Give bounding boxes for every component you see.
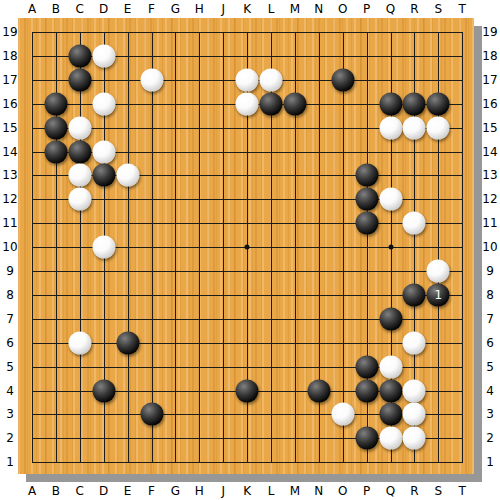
black-stone[interactable]: [355, 188, 378, 211]
row-label-left: 19: [2, 26, 17, 38]
black-stone[interactable]: [379, 92, 402, 115]
row-label-right: 5: [486, 361, 494, 373]
black-stone[interactable]: [427, 92, 450, 115]
black-stone[interactable]: 1: [427, 283, 450, 306]
column-label-top: A: [28, 3, 36, 15]
white-stone[interactable]: [403, 116, 426, 139]
row-label-left: 7: [6, 313, 14, 325]
column-label-top: M: [290, 3, 300, 15]
white-stone[interactable]: [92, 140, 115, 163]
column-label-top: H: [195, 3, 204, 15]
column-label-bottom: E: [124, 485, 132, 497]
column-label-top: F: [148, 3, 155, 15]
white-stone[interactable]: [403, 427, 426, 450]
row-label-left: 16: [2, 98, 17, 110]
black-stone[interactable]: [140, 403, 163, 426]
white-stone[interactable]: [403, 379, 426, 402]
column-label-top: O: [338, 3, 347, 15]
row-label-left: 13: [2, 169, 17, 181]
grid-line-vertical: [462, 32, 463, 463]
row-label-right: 1: [486, 456, 494, 468]
column-label-bottom: M: [290, 485, 300, 497]
row-label-right: 9: [486, 265, 494, 277]
column-label-bottom: R: [410, 485, 418, 497]
column-label-bottom: H: [195, 485, 204, 497]
row-label-right: 15: [482, 122, 497, 134]
column-label-top: G: [171, 3, 180, 15]
row-label-left: 14: [2, 146, 17, 158]
white-stone[interactable]: [403, 403, 426, 426]
row-label-left: 15: [2, 122, 17, 134]
column-label-top: J: [221, 3, 225, 15]
column-label-top: Q: [386, 3, 395, 15]
column-label-bottom: J: [221, 485, 225, 497]
white-stone[interactable]: [379, 355, 402, 378]
row-label-left: 6: [6, 337, 14, 349]
row-label-left: 11: [2, 217, 17, 229]
black-stone[interactable]: [236, 379, 259, 402]
column-label-bottom: L: [268, 485, 275, 497]
black-stone[interactable]: [68, 44, 91, 67]
white-stone[interactable]: [379, 188, 402, 211]
white-stone[interactable]: [331, 403, 354, 426]
column-label-bottom: O: [338, 485, 347, 497]
white-stone[interactable]: [379, 427, 402, 450]
black-stone[interactable]: [44, 116, 67, 139]
black-stone[interactable]: [44, 140, 67, 163]
row-label-left: 5: [6, 361, 14, 373]
row-label-right: 18: [482, 50, 497, 62]
column-label-bottom: D: [99, 485, 108, 497]
go-board[interactable]: 1: [18, 18, 474, 474]
black-stone[interactable]: [68, 140, 91, 163]
white-stone[interactable]: [427, 116, 450, 139]
white-stone[interactable]: [68, 331, 91, 354]
white-stone[interactable]: [260, 68, 283, 91]
column-label-bottom: T: [459, 485, 466, 497]
white-stone[interactable]: [92, 92, 115, 115]
black-stone[interactable]: [355, 355, 378, 378]
column-label-top: D: [99, 3, 108, 15]
white-stone[interactable]: [403, 212, 426, 235]
white-stone[interactable]: [403, 331, 426, 354]
star-point: [388, 245, 393, 250]
black-stone[interactable]: [403, 283, 426, 306]
white-stone[interactable]: [427, 260, 450, 283]
column-label-top: S: [434, 3, 442, 15]
column-label-top: L: [268, 3, 275, 15]
white-stone[interactable]: [140, 68, 163, 91]
grid-line-horizontal: [32, 295, 463, 296]
row-label-left: 3: [6, 408, 14, 420]
black-stone[interactable]: [260, 92, 283, 115]
row-label-left: 10: [2, 241, 17, 253]
row-label-left: 17: [2, 74, 17, 86]
row-label-right: 14: [482, 146, 497, 158]
grid-line-horizontal: [32, 271, 463, 272]
white-stone[interactable]: [116, 164, 139, 187]
white-stone[interactable]: [92, 44, 115, 67]
column-label-bottom: N: [314, 485, 323, 497]
row-label-right: 10: [482, 241, 497, 253]
row-label-right: 17: [482, 74, 497, 86]
row-label-right: 19: [482, 26, 497, 38]
grid-line-horizontal: [32, 462, 463, 463]
star-point: [245, 245, 250, 250]
column-label-top: B: [52, 3, 60, 15]
black-stone[interactable]: [379, 307, 402, 330]
column-label-bottom: G: [171, 485, 180, 497]
black-stone[interactable]: [307, 379, 330, 402]
row-label-right: 2: [486, 432, 494, 444]
row-label-left: 8: [6, 289, 14, 301]
row-label-left: 1: [6, 456, 14, 468]
black-stone[interactable]: [379, 379, 402, 402]
white-stone[interactable]: [379, 116, 402, 139]
move-number-label: 1: [434, 289, 442, 301]
row-label-left: 2: [6, 432, 14, 444]
row-label-right: 12: [482, 193, 497, 205]
row-label-left: 18: [2, 50, 17, 62]
row-label-left: 9: [6, 265, 14, 277]
column-label-bottom: S: [434, 485, 442, 497]
black-stone[interactable]: [355, 164, 378, 187]
grid-line-vertical: [343, 32, 344, 463]
column-label-bottom: F: [148, 485, 155, 497]
white-stone[interactable]: [68, 164, 91, 187]
row-label-right: 11: [482, 217, 497, 229]
column-label-top: N: [314, 3, 323, 15]
white-stone[interactable]: [236, 92, 259, 115]
black-stone[interactable]: [331, 68, 354, 91]
white-stone[interactable]: [68, 188, 91, 211]
black-stone[interactable]: [403, 92, 426, 115]
black-stone[interactable]: [355, 427, 378, 450]
black-stone[interactable]: [355, 379, 378, 402]
column-label-bottom: K: [243, 485, 251, 497]
black-stone[interactable]: [92, 164, 115, 187]
go-board-diagram: 1 AABBCCDDEEFFGGHHJJKKLLMMNNOOPPQQRRSSTT…: [0, 0, 500, 500]
black-stone[interactable]: [68, 68, 91, 91]
row-label-right: 3: [486, 408, 494, 420]
column-label-top: C: [76, 3, 84, 15]
column-label-bottom: C: [76, 485, 84, 497]
column-label-bottom: Q: [386, 485, 395, 497]
row-label-right: 6: [486, 337, 494, 349]
white-stone[interactable]: [236, 68, 259, 91]
column-label-top: R: [410, 3, 418, 15]
column-label-bottom: P: [363, 485, 370, 497]
column-label-bottom: A: [28, 485, 36, 497]
black-stone[interactable]: [116, 331, 139, 354]
row-label-right: 4: [486, 385, 494, 397]
black-stone[interactable]: [355, 212, 378, 235]
row-label-left: 4: [6, 385, 14, 397]
white-stone[interactable]: [92, 236, 115, 259]
white-stone[interactable]: [68, 116, 91, 139]
row-label-right: 7: [486, 313, 494, 325]
column-label-top: T: [459, 3, 466, 15]
black-stone[interactable]: [283, 92, 306, 115]
row-label-left: 12: [2, 193, 17, 205]
column-label-top: K: [243, 3, 251, 15]
black-stone[interactable]: [92, 379, 115, 402]
black-stone[interactable]: [44, 92, 67, 115]
grid-line-horizontal: [32, 343, 463, 344]
column-label-top: E: [124, 3, 132, 15]
row-label-right: 16: [482, 98, 497, 110]
row-label-right: 8: [486, 289, 494, 301]
row-label-right: 13: [482, 169, 497, 181]
column-label-bottom: B: [52, 485, 60, 497]
column-label-top: P: [363, 3, 370, 15]
black-stone[interactable]: [379, 403, 402, 426]
